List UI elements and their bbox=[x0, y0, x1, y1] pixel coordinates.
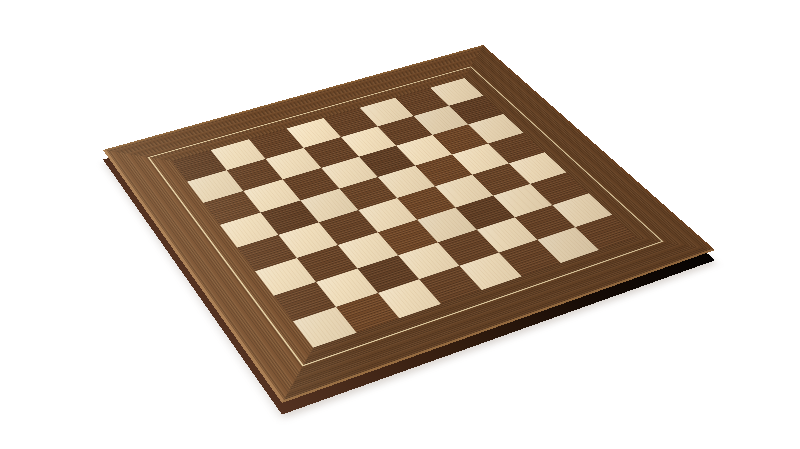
chessboard bbox=[103, 45, 715, 403]
product-photo-canvas bbox=[0, 0, 800, 449]
